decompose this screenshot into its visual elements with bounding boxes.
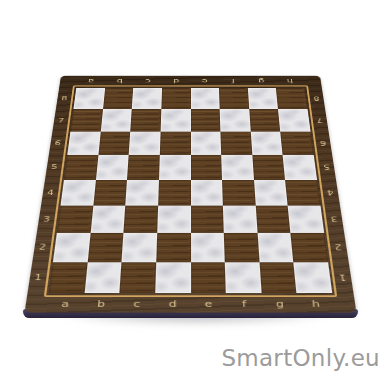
- rank-label-3: 3: [43, 215, 51, 223]
- square-f4: [222, 180, 255, 206]
- square-c5: [127, 155, 159, 180]
- square-c7: [130, 109, 161, 131]
- square-h6: [281, 131, 314, 154]
- rank-label-7: 7: [316, 117, 323, 123]
- rank-label-7: 7: [58, 117, 65, 123]
- square-f5: [221, 155, 253, 180]
- square-d2: [156, 233, 190, 262]
- square-c4: [126, 180, 159, 206]
- square-e7: [191, 109, 221, 131]
- square-f3: [223, 206, 257, 233]
- square-g1: [259, 262, 296, 293]
- board-grid: [49, 88, 332, 293]
- file-label-e: e: [202, 77, 208, 84]
- square-e3: [191, 206, 224, 233]
- square-g7: [249, 109, 281, 131]
- square-d3: [157, 206, 190, 233]
- rank-label-2: 2: [39, 243, 47, 251]
- file-label-b: b: [116, 77, 123, 84]
- file-label-a: a: [61, 298, 70, 309]
- file-label-c: c: [133, 298, 140, 309]
- rank-label-8: 8: [61, 96, 68, 102]
- square-a4: [61, 180, 96, 206]
- square-a8: [73, 88, 104, 109]
- square-b8: [103, 88, 134, 109]
- file-label-d: d: [173, 77, 179, 84]
- square-h3: [288, 206, 324, 233]
- square-h8: [276, 88, 307, 109]
- square-h1: [294, 262, 333, 293]
- rank-label-5: 5: [51, 164, 58, 171]
- square-e2: [191, 233, 225, 262]
- square-a7: [70, 109, 102, 131]
- square-e5: [191, 155, 223, 180]
- square-e8: [191, 88, 220, 109]
- file-label-d: d: [169, 298, 177, 309]
- square-e4: [191, 180, 223, 206]
- square-b3: [90, 206, 125, 233]
- square-a6: [67, 131, 100, 154]
- square-g3: [255, 206, 290, 233]
- square-b2: [87, 233, 123, 262]
- file-label-a: a: [88, 77, 95, 84]
- square-a1: [49, 262, 88, 293]
- file-label-g: g: [276, 298, 285, 309]
- square-g6: [251, 131, 283, 154]
- file-labels-top: abcdefgh: [77, 76, 305, 86]
- file-label-h: h: [286, 77, 293, 84]
- square-b6: [98, 131, 130, 154]
- square-f1: [225, 262, 261, 293]
- file-label-c: c: [145, 77, 151, 84]
- square-g5: [252, 155, 285, 180]
- square-d7: [160, 109, 190, 131]
- square-a3: [57, 206, 93, 233]
- square-e6: [191, 131, 222, 154]
- rank-label-6: 6: [54, 140, 61, 147]
- rank-label-2: 2: [334, 243, 342, 251]
- square-b4: [93, 180, 127, 206]
- file-label-e: e: [204, 298, 212, 309]
- square-h4: [285, 180, 320, 206]
- file-label-h: h: [311, 298, 320, 309]
- square-d1: [155, 262, 190, 293]
- square-c8: [132, 88, 162, 109]
- file-label-g: g: [258, 77, 265, 84]
- rank-label-1: 1: [34, 273, 42, 282]
- rank-label-4: 4: [327, 189, 335, 196]
- square-b1: [84, 262, 121, 293]
- square-c6: [129, 131, 161, 154]
- square-f7: [220, 109, 251, 131]
- square-f2: [224, 233, 259, 262]
- file-label-f: f: [231, 77, 235, 84]
- rank-label-3: 3: [330, 215, 338, 223]
- square-e1: [191, 262, 226, 293]
- square-f8: [219, 88, 249, 109]
- file-label-f: f: [242, 298, 247, 309]
- square-c3: [124, 206, 158, 233]
- square-b5: [96, 155, 129, 180]
- square-h2: [291, 233, 328, 262]
- chess-board: abcdefgh abcdefgh 87654321 87654321: [24, 76, 356, 313]
- rank-label-8: 8: [313, 96, 320, 102]
- square-c2: [122, 233, 157, 262]
- square-d4: [158, 180, 190, 206]
- file-label-b: b: [97, 298, 106, 309]
- square-d8: [161, 88, 190, 109]
- square-g8: [248, 88, 279, 109]
- rank-label-1: 1: [339, 273, 347, 282]
- square-h5: [283, 155, 317, 180]
- square-c1: [120, 262, 156, 293]
- watermark-text: SmartOnly.eu: [221, 345, 380, 371]
- square-g2: [257, 233, 293, 262]
- square-g4: [254, 180, 288, 206]
- square-d5: [159, 155, 191, 180]
- rank-label-4: 4: [47, 189, 55, 196]
- square-f6: [221, 131, 253, 154]
- square-d6: [160, 131, 191, 154]
- square-b7: [100, 109, 132, 131]
- rank-label-6: 6: [320, 140, 327, 147]
- square-a2: [53, 233, 90, 262]
- square-h7: [278, 109, 310, 131]
- square-a5: [64, 155, 98, 180]
- product-photo-scene: abcdefgh abcdefgh 87654321 87654321 Smar…: [0, 0, 388, 388]
- rank-label-5: 5: [323, 164, 330, 171]
- file-labels-bottom: abcdefgh: [46, 295, 335, 313]
